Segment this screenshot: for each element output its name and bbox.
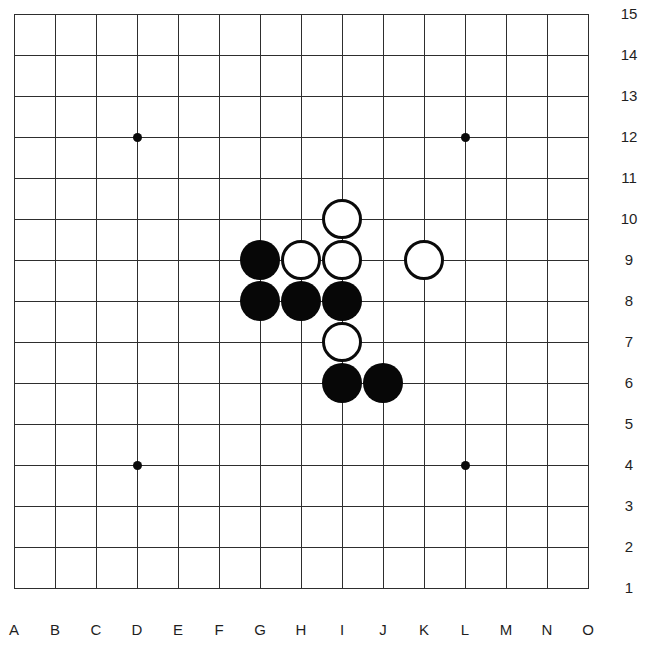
board-stage: ABCDEFGHIJKLMNO 123456789101112131415 — [0, 0, 648, 650]
row-label: 4 — [612, 455, 646, 475]
black-stone[interactable] — [322, 363, 362, 403]
row-label: 15 — [612, 4, 646, 24]
row-label: 3 — [612, 496, 646, 516]
white-stone[interactable] — [322, 322, 362, 362]
row-label: 6 — [612, 373, 646, 393]
column-label: H — [284, 620, 318, 640]
column-label: A — [0, 620, 31, 640]
row-label: 8 — [612, 291, 646, 311]
star-point — [461, 461, 470, 470]
column-label: G — [243, 620, 277, 640]
column-label: L — [448, 620, 482, 640]
star-point — [461, 133, 470, 142]
row-label: 9 — [612, 250, 646, 270]
row-label: 5 — [612, 414, 646, 434]
column-label: E — [161, 620, 195, 640]
black-stone[interactable] — [322, 281, 362, 321]
goban[interactable] — [0, 0, 609, 609]
column-label: D — [120, 620, 154, 640]
column-label: N — [530, 620, 564, 640]
column-label: K — [407, 620, 441, 640]
black-stone[interactable] — [240, 240, 280, 280]
row-label: 7 — [612, 332, 646, 352]
white-stone[interactable] — [322, 199, 362, 239]
row-label: 1 — [612, 578, 646, 598]
column-label: B — [38, 620, 72, 640]
row-label: 2 — [612, 537, 646, 557]
row-label: 10 — [612, 209, 646, 229]
column-label: O — [571, 620, 605, 640]
row-label: 11 — [612, 168, 646, 188]
black-stone[interactable] — [281, 281, 321, 321]
star-point — [133, 461, 142, 470]
column-label: F — [202, 620, 236, 640]
white-stone[interactable] — [322, 240, 362, 280]
row-label: 14 — [612, 45, 646, 65]
column-label: C — [79, 620, 113, 640]
white-stone[interactable] — [404, 240, 444, 280]
black-stone[interactable] — [363, 363, 403, 403]
white-stone[interactable] — [281, 240, 321, 280]
row-label: 13 — [612, 86, 646, 106]
column-label: I — [325, 620, 359, 640]
column-label: M — [489, 620, 523, 640]
column-label: J — [366, 620, 400, 640]
black-stone[interactable] — [240, 281, 280, 321]
star-point — [133, 133, 142, 142]
row-label: 12 — [612, 127, 646, 147]
